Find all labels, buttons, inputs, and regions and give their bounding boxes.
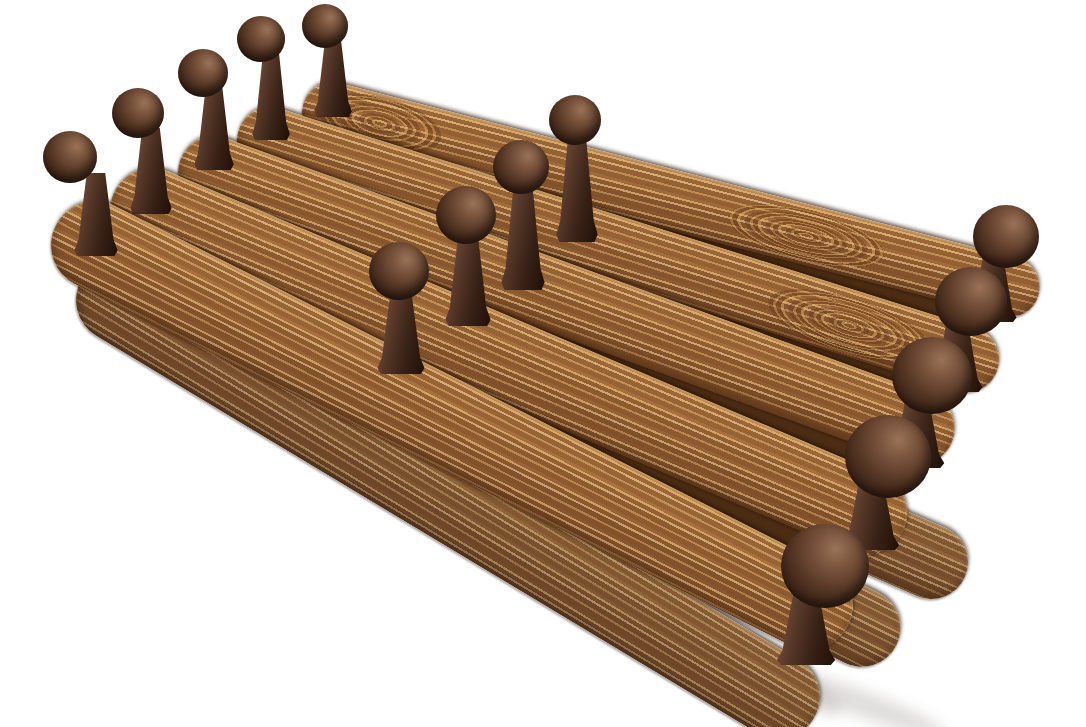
peg-head [549, 95, 601, 145]
peg-head [436, 186, 496, 244]
peg-head [369, 242, 429, 300]
peg-body [500, 183, 546, 290]
board [0, 0, 1086, 727]
peg-head [237, 16, 285, 62]
game-peg[interactable] [489, 136, 553, 294]
game-peg[interactable] [771, 520, 867, 669]
peg-body [444, 233, 492, 326]
game-peg[interactable] [233, 12, 289, 144]
game-peg[interactable] [39, 127, 101, 260]
peg-body [193, 88, 235, 170]
peg-head [43, 131, 97, 183]
product-photo [0, 0, 1086, 727]
game-peg[interactable] [298, 0, 352, 121]
peg-head [845, 415, 931, 498]
peg-head [935, 267, 1007, 336]
peg-body [376, 289, 426, 374]
peg-head [973, 205, 1039, 268]
peg-body [555, 135, 599, 242]
game-peg[interactable] [545, 91, 605, 246]
peg-head [112, 88, 164, 138]
peg-head [302, 4, 348, 48]
peg-head [493, 140, 549, 194]
peg-head [178, 49, 228, 97]
game-peg[interactable] [365, 238, 433, 378]
peg-body [251, 53, 291, 140]
peg-head [781, 524, 869, 608]
game-peg[interactable] [108, 84, 168, 218]
peg-head [892, 337, 972, 414]
peg-body [313, 40, 353, 117]
game-peg[interactable] [174, 45, 232, 174]
peg-body [129, 128, 173, 214]
